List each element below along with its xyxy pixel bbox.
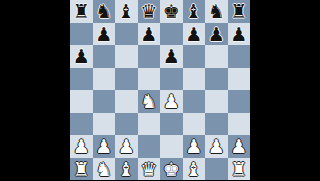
square-f2[interactable]: ♟	[183, 135, 206, 158]
piece-white-pawn: ♟	[95, 135, 112, 157]
square-f3[interactable]	[183, 113, 206, 136]
square-a3[interactable]	[70, 113, 93, 136]
square-h2[interactable]: ♟	[228, 135, 251, 158]
piece-white-pawn: ♟	[73, 135, 90, 157]
square-e3[interactable]	[160, 113, 183, 136]
square-b7[interactable]: ♟	[93, 23, 116, 46]
piece-black-rook: ♜	[230, 0, 247, 22]
square-e7[interactable]	[160, 23, 183, 46]
square-a5[interactable]	[70, 68, 93, 91]
square-h3[interactable]	[228, 113, 251, 136]
square-f4[interactable]	[183, 90, 206, 113]
square-c1[interactable]: ♝	[115, 158, 138, 181]
square-f8[interactable]: ♝	[183, 0, 206, 23]
piece-black-queen: ♛	[140, 0, 157, 22]
square-h1[interactable]: ♜	[228, 158, 251, 181]
piece-white-knight: ♞	[95, 158, 112, 180]
piece-black-pawn: ♟	[95, 23, 112, 45]
square-h8[interactable]: ♜	[228, 0, 251, 23]
square-f5[interactable]	[183, 68, 206, 91]
piece-white-king: ♚	[163, 158, 180, 180]
square-b4[interactable]	[93, 90, 116, 113]
piece-black-pawn: ♟	[185, 23, 202, 45]
piece-black-bishop: ♝	[118, 0, 135, 22]
piece-white-bishop: ♝	[118, 158, 135, 180]
left-black-bar	[0, 0, 70, 180]
square-d7[interactable]: ♟	[138, 23, 161, 46]
square-d2[interactable]	[138, 135, 161, 158]
piece-white-pawn: ♟	[208, 135, 225, 157]
square-a2[interactable]: ♟	[70, 135, 93, 158]
square-c4[interactable]	[115, 90, 138, 113]
square-h7[interactable]: ♟	[228, 23, 251, 46]
square-e6[interactable]: ♟	[160, 45, 183, 68]
square-c7[interactable]	[115, 23, 138, 46]
square-c8[interactable]: ♝	[115, 0, 138, 23]
square-g8[interactable]: ♞	[205, 0, 228, 23]
square-c2[interactable]: ♟	[115, 135, 138, 158]
square-h5[interactable]	[228, 68, 251, 91]
right-black-bar	[250, 0, 320, 180]
piece-white-pawn: ♟	[118, 135, 135, 157]
piece-white-pawn: ♟	[163, 90, 180, 112]
square-e1[interactable]: ♚	[160, 158, 183, 181]
square-c5[interactable]	[115, 68, 138, 91]
piece-white-pawn: ♟	[185, 135, 202, 157]
square-b1[interactable]: ♞	[93, 158, 116, 181]
piece-white-queen: ♛	[140, 158, 157, 180]
square-a1[interactable]: ♜	[70, 158, 93, 181]
square-d1[interactable]: ♛	[138, 158, 161, 181]
video-frame: ♜♞♝♛♚♝♞♜♟♟♟♟♟♟♟♞♟♟♟♟♟♟♟♜♞♝♛♚♝♜	[0, 0, 320, 180]
piece-black-knight: ♞	[95, 0, 112, 22]
square-b2[interactable]: ♟	[93, 135, 116, 158]
square-a7[interactable]	[70, 23, 93, 46]
square-c6[interactable]	[115, 45, 138, 68]
piece-white-pawn: ♟	[230, 135, 247, 157]
square-e5[interactable]	[160, 68, 183, 91]
chess-board: ♜♞♝♛♚♝♞♜♟♟♟♟♟♟♟♞♟♟♟♟♟♟♟♜♞♝♛♚♝♜	[70, 0, 250, 180]
piece-black-knight: ♞	[208, 0, 225, 22]
square-b3[interactable]	[93, 113, 116, 136]
square-h4[interactable]	[228, 90, 251, 113]
square-a8[interactable]: ♜	[70, 0, 93, 23]
piece-black-pawn: ♟	[140, 23, 157, 45]
piece-white-rook: ♜	[230, 158, 247, 180]
piece-white-knight: ♞	[140, 90, 157, 112]
piece-black-bishop: ♝	[185, 0, 202, 22]
square-f1[interactable]: ♝	[183, 158, 206, 181]
square-b6[interactable]	[93, 45, 116, 68]
square-d8[interactable]: ♛	[138, 0, 161, 23]
square-e8[interactable]: ♚	[160, 0, 183, 23]
piece-black-king: ♚	[163, 0, 180, 22]
piece-white-rook: ♜	[73, 158, 90, 180]
square-g3[interactable]	[205, 113, 228, 136]
square-g7[interactable]: ♟	[205, 23, 228, 46]
square-d6[interactable]	[138, 45, 161, 68]
piece-black-pawn: ♟	[208, 23, 225, 45]
square-b8[interactable]: ♞	[93, 0, 116, 23]
square-g2[interactable]: ♟	[205, 135, 228, 158]
piece-black-rook: ♜	[73, 0, 90, 22]
square-d5[interactable]	[138, 68, 161, 91]
square-g4[interactable]	[205, 90, 228, 113]
square-f7[interactable]: ♟	[183, 23, 206, 46]
square-d4[interactable]: ♞	[138, 90, 161, 113]
square-a6[interactable]: ♟	[70, 45, 93, 68]
square-h6[interactable]	[228, 45, 251, 68]
square-e4[interactable]: ♟	[160, 90, 183, 113]
square-g6[interactable]	[205, 45, 228, 68]
square-e2[interactable]	[160, 135, 183, 158]
square-a4[interactable]	[70, 90, 93, 113]
square-g1[interactable]	[205, 158, 228, 181]
square-c3[interactable]	[115, 113, 138, 136]
square-g5[interactable]	[205, 68, 228, 91]
piece-black-pawn: ♟	[163, 45, 180, 67]
square-d3[interactable]	[138, 113, 161, 136]
piece-white-bishop: ♝	[185, 158, 202, 180]
square-f6[interactable]	[183, 45, 206, 68]
piece-black-pawn: ♟	[73, 45, 90, 67]
square-b5[interactable]	[93, 68, 116, 91]
piece-black-pawn: ♟	[230, 23, 247, 45]
